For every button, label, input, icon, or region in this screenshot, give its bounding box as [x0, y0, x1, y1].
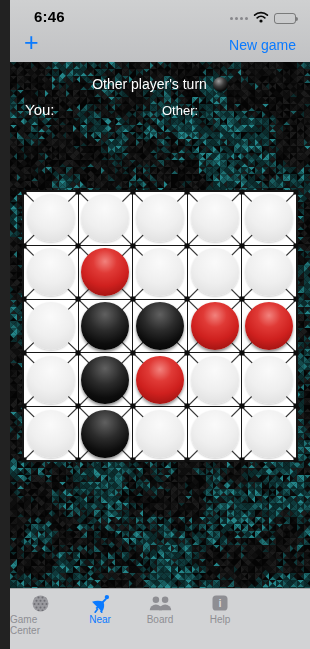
turn-status: Other player's turn — [10, 76, 310, 92]
empty-hole — [191, 410, 239, 458]
tab-help[interactable]: i Help — [190, 589, 250, 625]
board-cell-r4c5[interactable] — [242, 353, 296, 406]
empty-hole — [81, 194, 129, 242]
board-cell-r1c5[interactable] — [242, 192, 296, 245]
piece-red — [136, 356, 184, 404]
piece-black — [81, 410, 129, 458]
board-cell-r5c1[interactable] — [24, 407, 78, 460]
board-cell-r2c1[interactable] — [24, 246, 78, 299]
tab-bar: Game Center Near — [10, 588, 310, 649]
empty-hole — [245, 410, 293, 458]
board — [22, 190, 298, 462]
people-icon — [149, 594, 172, 612]
turn-piece-indicator — [213, 77, 228, 92]
tab-near[interactable]: Near — [70, 589, 130, 625]
board-cell-r2c4[interactable] — [188, 246, 242, 299]
empty-hole — [245, 356, 293, 404]
battery-icon — [274, 13, 296, 24]
board-cell-r2c3[interactable] — [133, 246, 187, 299]
screen: 6:46 + New game Other player's turn Yo — [10, 0, 310, 649]
tab-label: Game Center — [10, 614, 70, 636]
turn-status-text: Other player's turn — [92, 76, 207, 92]
tab-board[interactable]: Board — [130, 589, 190, 625]
top-chrome: 6:46 + New game — [10, 0, 310, 62]
empty-hole — [27, 410, 75, 458]
clock: 6:46 — [34, 8, 65, 25]
empty-hole — [245, 194, 293, 242]
tab-label: Near — [89, 614, 111, 625]
empty-hole — [191, 356, 239, 404]
board-cell-r5c4[interactable] — [188, 407, 242, 460]
wifi-icon — [253, 9, 269, 27]
tab-label: Board — [147, 614, 174, 625]
empty-hole — [245, 248, 293, 296]
empty-hole — [136, 248, 184, 296]
you-score-label: You: — [25, 101, 54, 118]
board-cell-r4c1[interactable] — [24, 353, 78, 406]
empty-hole — [191, 194, 239, 242]
piece-red — [81, 248, 129, 296]
board-cell-r3c5[interactable] — [242, 300, 296, 353]
info-icon: i — [212, 594, 228, 612]
satellite-dish-icon — [90, 594, 110, 612]
empty-hole — [191, 248, 239, 296]
tab-label: Help — [210, 614, 231, 625]
board-cell-r4c2[interactable] — [79, 353, 133, 406]
board-cell-r2c2[interactable] — [79, 246, 133, 299]
add-game-button[interactable]: + — [24, 29, 39, 55]
piece-black — [81, 356, 129, 404]
empty-hole — [27, 194, 75, 242]
board-cell-r5c3[interactable] — [133, 407, 187, 460]
board-cell-r5c5[interactable] — [242, 407, 296, 460]
cellular-signal-icon — [230, 17, 248, 20]
board-cell-r4c4[interactable] — [188, 353, 242, 406]
board-cell-r1c2[interactable] — [79, 192, 133, 245]
svg-text:i: i — [218, 597, 221, 609]
board-cell-r3c4[interactable] — [188, 300, 242, 353]
empty-hole — [27, 356, 75, 404]
empty-hole — [27, 248, 75, 296]
board-cell-r3c3[interactable] — [133, 300, 187, 353]
toolbar: + New game — [10, 28, 310, 62]
status-bar: 6:46 — [10, 0, 310, 28]
empty-hole — [136, 194, 184, 242]
board-cell-r1c1[interactable] — [24, 192, 78, 245]
game-center-icon — [32, 594, 49, 612]
board-cell-r2c5[interactable] — [242, 246, 296, 299]
piece-black — [81, 302, 129, 350]
empty-hole — [27, 302, 75, 350]
piece-red — [191, 302, 239, 350]
other-score-label: Other: — [162, 103, 198, 118]
piece-black — [136, 302, 184, 350]
tab-game-center[interactable]: Game Center — [10, 589, 70, 636]
board-cell-r5c2[interactable] — [79, 407, 133, 460]
board-cell-r4c3[interactable] — [133, 353, 187, 406]
status-icons — [230, 12, 296, 24]
board-cell-r3c2[interactable] — [79, 300, 133, 353]
new-game-button[interactable]: New game — [229, 37, 296, 53]
board-cell-r3c1[interactable] — [24, 300, 78, 353]
board-cell-r1c3[interactable] — [133, 192, 187, 245]
board-cell-r1c4[interactable] — [188, 192, 242, 245]
empty-hole — [136, 410, 184, 458]
piece-red — [245, 302, 293, 350]
